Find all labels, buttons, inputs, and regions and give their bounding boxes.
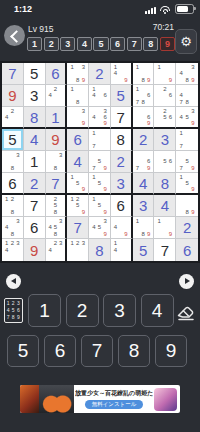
cell-r4c7[interactable]: 2 xyxy=(133,129,155,151)
status-icons xyxy=(145,5,194,14)
header-number-slot-2[interactable]: 2 xyxy=(44,37,59,51)
cell-r7c4[interactable]: 1259 xyxy=(67,195,89,217)
numpad-button-7[interactable]: 7 xyxy=(81,335,113,367)
cell-r9c5[interactable]: 8 xyxy=(89,239,111,261)
cell-r6c5[interactable]: 159 xyxy=(89,173,111,195)
cell-r8c1[interactable]: 348 xyxy=(2,217,24,239)
triangle-left-icon xyxy=(11,278,16,284)
cell-r2c1[interactable]: 9 xyxy=(2,85,24,107)
cell-r5c5[interactable]: 579 xyxy=(89,151,111,173)
ad-thumbnail-characters xyxy=(39,385,74,413)
cell-r1c7[interactable]: 189 xyxy=(133,63,155,85)
cell-r9c6[interactable]: 14 xyxy=(111,239,133,261)
cell-r8c6[interactable]: 49 xyxy=(111,217,133,239)
cell-r6c8[interactable]: 8 xyxy=(154,173,176,195)
battery-icon xyxy=(175,4,194,15)
cell-r5c2[interactable]: 1 xyxy=(24,151,46,173)
timer-label: 70:21 xyxy=(153,22,174,32)
cell-r9c9[interactable]: 6 xyxy=(176,239,198,261)
cell-r4c4[interactable]: 6 xyxy=(67,129,89,151)
undo-prev-button[interactable] xyxy=(6,274,21,289)
memo-mode-button[interactable]: 1 2 34 5 67 8 9 xyxy=(4,298,23,323)
cell-r8c3[interactable]: 3458 xyxy=(46,217,68,239)
cell-r5c7[interactable]: 679 xyxy=(133,151,155,173)
header-number-slot-8[interactable]: 8 xyxy=(143,37,158,51)
cell-r2c5[interactable]: 146 xyxy=(89,85,111,107)
cell-r3c2[interactable]: 8 xyxy=(24,107,46,129)
cell-r3c8[interactable]: 256 xyxy=(154,107,176,129)
signal-icon xyxy=(145,6,156,14)
cell-r6c7[interactable]: 4 xyxy=(133,173,155,195)
header-number-slot-3[interactable]: 3 xyxy=(60,37,75,51)
cell-r1c9[interactable]: 3489 xyxy=(176,63,198,85)
header-number-slot-6[interactable]: 6 xyxy=(110,37,125,51)
cell-r3c1[interactable]: 24 xyxy=(2,107,24,129)
level-label: Lv 915 xyxy=(28,24,54,34)
settings-button[interactable]: ⚙ xyxy=(175,29,197,54)
cell-r4c6[interactable]: 8 xyxy=(111,129,133,151)
cell-r2c3[interactable]: 24 xyxy=(46,85,68,107)
gear-icon: ⚙ xyxy=(180,34,192,49)
cell-r4c3[interactable]: 9 xyxy=(46,129,68,151)
eraser-button[interactable] xyxy=(175,300,197,322)
header-number-slot-9[interactable]: 9 xyxy=(160,37,175,51)
cell-r6c6[interactable]: 3 xyxy=(111,173,133,195)
cell-r3c3[interactable]: 1 xyxy=(46,107,68,129)
redo-next-button[interactable] xyxy=(179,274,194,289)
cell-r1c3[interactable]: 6 xyxy=(46,63,68,85)
cell-r5c3[interactable]: 38 xyxy=(46,151,68,173)
cell-r1c5[interactable]: 2 xyxy=(89,63,111,85)
cell-r2c6[interactable]: 5 xyxy=(111,85,133,107)
cell-r5c6[interactable]: 2 xyxy=(111,151,133,173)
cell-r2c4[interactable]: 18 xyxy=(67,85,89,107)
cell-r6c9[interactable]: 159 xyxy=(176,173,198,195)
numpad-row-2: 56789 xyxy=(7,335,187,367)
numpad-button-8[interactable]: 8 xyxy=(118,335,150,367)
header-number-slot-7[interactable]: 7 xyxy=(127,37,142,51)
ad-thumbnail-left xyxy=(20,385,39,413)
back-button[interactable] xyxy=(4,25,25,46)
cell-r3c5[interactable]: 3469 xyxy=(89,107,111,129)
cell-r2c8[interactable]: 26 xyxy=(154,85,176,107)
cell-r9c4[interactable]: 123 xyxy=(67,239,89,261)
cell-r3c9[interactable]: 3459 xyxy=(176,107,198,129)
numpad-button-1[interactable]: 1 xyxy=(28,294,61,327)
numpad-button-5[interactable]: 5 xyxy=(7,335,39,367)
triangle-right-icon xyxy=(185,278,190,284)
header-number-slot-1[interactable]: 1 xyxy=(27,37,42,51)
cell-r4c5[interactable]: 17 xyxy=(89,129,111,151)
cell-r9c8[interactable]: 7 xyxy=(154,239,176,261)
cell-r1c1[interactable]: 7 xyxy=(2,63,24,85)
cell-r4c2[interactable]: 4 xyxy=(24,129,46,151)
cell-r9c7[interactable]: 5 xyxy=(133,239,155,261)
cell-r1c6[interactable]: 149 xyxy=(111,63,133,85)
cell-r6c2[interactable]: 2 xyxy=(24,173,46,195)
cell-r8c9[interactable]: 2 xyxy=(176,217,198,239)
cell-r4c8[interactable]: 3 xyxy=(154,129,176,151)
cell-r4c9[interactable]: 17 xyxy=(176,129,198,151)
cell-r1c8[interactable]: 19 xyxy=(154,63,176,85)
cell-r3c4[interactable]: 39 xyxy=(67,107,89,129)
cell-r7c7[interactable]: 3 xyxy=(133,195,155,217)
numpad-button-6[interactable]: 6 xyxy=(44,335,76,367)
cell-r8c8[interactable]: 19 xyxy=(154,217,176,239)
cell-r7c2[interactable]: 7 xyxy=(24,195,46,217)
cell-r7c6[interactable]: 6 xyxy=(111,195,133,217)
cell-r7c9[interactable]: 89 xyxy=(176,195,198,217)
numpad-button-9[interactable]: 9 xyxy=(155,335,187,367)
cell-r8c4[interactable]: 7 xyxy=(67,217,89,239)
cell-r1c2[interactable]: 5 xyxy=(24,63,46,85)
header-number-row: 123456789 xyxy=(27,37,175,51)
ad-install-button[interactable]: 無料インストール xyxy=(85,400,144,409)
cell-r2c9[interactable]: 478 xyxy=(176,85,198,107)
cell-r9c3[interactable]: 234 xyxy=(46,239,68,261)
cell-r8c7[interactable]: 189 xyxy=(133,217,155,239)
ad-app-icon xyxy=(154,388,177,411)
numpad-row-1: 1234 xyxy=(28,294,174,327)
numpad-button-3[interactable]: 3 xyxy=(103,294,136,327)
cell-r2c2[interactable]: 3 xyxy=(24,85,46,107)
cell-r5c4[interactable]: 4 xyxy=(67,151,89,173)
ad-banner[interactable]: 放置少女～百花繚乱の萌姫たち～ 無料インストール xyxy=(20,385,180,413)
cell-r1c4[interactable]: 1389 xyxy=(67,63,89,85)
header-number-slot-5[interactable]: 5 xyxy=(93,37,108,51)
cell-r7c8[interactable]: 4 xyxy=(154,195,176,217)
cell-r2c7[interactable]: 1678 xyxy=(133,85,155,107)
cell-r6c1[interactable]: 6 xyxy=(2,173,24,195)
chevron-left-icon xyxy=(10,30,23,43)
cell-r3c6[interactable]: 7 xyxy=(111,107,133,129)
numpad-button-4[interactable]: 4 xyxy=(141,294,174,327)
sudoku-grid: 7561389214918919348993241814651678264782… xyxy=(0,61,200,263)
cell-r9c2[interactable]: 9 xyxy=(24,239,46,261)
cell-r7c3[interactable]: 258 xyxy=(46,195,68,217)
cell-r5c9[interactable]: 579 xyxy=(176,151,198,173)
ad-title: 放置少女～百花繚乱の萌姫たち～ xyxy=(75,389,153,398)
cell-r8c2[interactable]: 6 xyxy=(24,217,46,239)
status-bar: 1:12 xyxy=(0,0,200,20)
cell-r5c1[interactable]: 38 xyxy=(2,151,24,173)
cell-r6c4[interactable]: 159 xyxy=(67,173,89,195)
cell-r3c7[interactable]: 69 xyxy=(133,107,155,129)
cell-r5c8[interactable]: 56 xyxy=(154,151,176,173)
wifi-icon xyxy=(160,6,171,14)
cell-r7c1[interactable]: 128 xyxy=(2,195,24,217)
numpad-button-2[interactable]: 2 xyxy=(66,294,99,327)
cell-r6c3[interactable]: 7 xyxy=(46,173,68,195)
cell-r4c1[interactable]: 5 xyxy=(2,129,24,151)
status-time: 1:12 xyxy=(14,4,32,14)
cell-r8c5[interactable]: 3459 xyxy=(89,217,111,239)
header-number-slot-4[interactable]: 4 xyxy=(77,37,92,51)
cell-r7c5[interactable]: 159 xyxy=(89,195,111,217)
cell-r9c1[interactable]: 1234 xyxy=(2,239,24,261)
app-screen: 1:12 Lv 915 70:21 123456789 ⚙ 7561389214… xyxy=(0,0,200,432)
